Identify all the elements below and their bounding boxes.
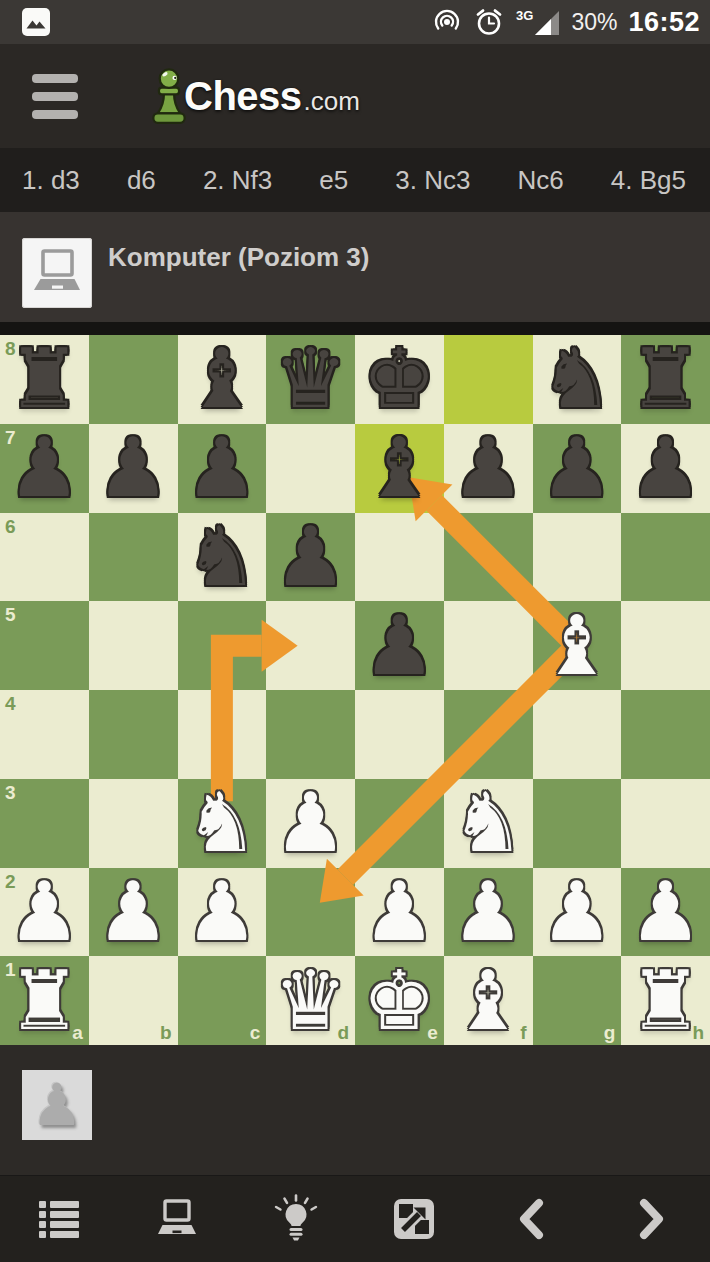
square-b6[interactable] [89,513,178,602]
network-type-label: 3G [516,9,533,22]
square-c2[interactable]: ♟ [178,868,267,957]
top-player-name: Komputer (Poziom 3) [108,242,369,273]
square-e1[interactable]: e♚ [355,956,444,1045]
square-d8[interactable]: ♛ [266,335,355,424]
bottom-toolbar [0,1175,710,1262]
chess-app-screen: 3G 30% 16:52 [0,0,710,1262]
chevron-right-icon [631,1196,671,1242]
square-d6[interactable]: ♟ [266,513,355,602]
square-b8[interactable] [89,335,178,424]
move-list-button[interactable] [0,1176,118,1262]
square-c6[interactable]: ♞ [178,513,267,602]
logo-brand-text: Chess [184,74,302,119]
move-list-icon [36,1197,82,1241]
white-q-d1[interactable]: ♛ [274,957,348,1045]
square-g3[interactable] [533,779,622,868]
back-button[interactable] [473,1176,591,1262]
square-a4[interactable]: 4 [0,690,89,779]
black-q-d8[interactable]: ♛ [274,335,348,423]
white-p-b2[interactable]: ♟ [96,868,170,956]
square-a5[interactable]: 5 [0,601,89,690]
alarm-clock-icon [473,6,505,38]
black-b-e7[interactable]: ♝ [363,424,437,512]
square-g4[interactable] [533,690,622,779]
square-c7[interactable]: ♟ [178,424,267,513]
computer-button[interactable] [118,1176,236,1262]
black-p-a7[interactable]: ♟ [8,424,82,512]
square-g2[interactable]: ♟ [533,868,622,957]
white-n-f3[interactable]: ♞ [451,779,525,867]
gray-pawn-icon: ♟ [31,1072,83,1138]
black-p-c7[interactable]: ♟ [185,424,259,512]
black-p-g7[interactable]: ♟ [540,424,614,512]
square-c4[interactable] [178,690,267,779]
square-h7[interactable]: ♟ [621,424,710,513]
square-g6[interactable] [533,513,622,602]
square-d3[interactable]: ♟ [266,779,355,868]
square-f6[interactable] [444,513,533,602]
black-b-c8[interactable]: ♝ [185,335,259,423]
move-token[interactable]: 2. Nf3 [203,165,272,196]
forward-button[interactable] [592,1176,710,1262]
move-token[interactable]: 3. Nc3 [395,165,470,196]
move-list-strip: 1. d3d62. Nf3e53. Nc3Nc64. Bg5 [0,148,710,212]
square-c3[interactable]: ♞ [178,779,267,868]
square-h1[interactable]: h♜ [621,956,710,1045]
flip-board-button[interactable] [355,1176,473,1262]
hamburger-menu-button[interactable] [32,74,78,119]
square-h2[interactable]: ♟ [621,868,710,957]
black-r-h8[interactable]: ♜ [629,335,703,423]
square-b7[interactable]: ♟ [89,424,178,513]
wifi-hotspot-icon [432,7,462,37]
white-p-e2[interactable]: ♟ [363,868,437,956]
square-b4[interactable] [89,690,178,779]
square-e3[interactable] [355,779,444,868]
square-c8[interactable]: ♝ [178,335,267,424]
file-label-c: c [250,1023,261,1042]
computer-avatar [22,238,92,308]
file-label-b: b [160,1023,172,1042]
square-f1[interactable]: f♝ [444,956,533,1045]
chesscom-logo: Chess .com [150,66,360,126]
square-a1[interactable]: 1a♜ [0,956,89,1045]
white-p-h2[interactable]: ♟ [629,868,703,956]
pawn-mascot-icon [150,66,188,126]
white-n-c3[interactable]: ♞ [185,779,259,867]
move-token[interactable]: 4. Bg5 [611,165,686,196]
white-p-d3[interactable]: ♟ [274,779,348,867]
white-k-e1[interactable]: ♚ [363,957,437,1045]
signal-triangle-icon [534,10,560,36]
white-r-a1[interactable]: ♜ [8,957,82,1045]
square-e4[interactable] [355,690,444,779]
white-b-g5[interactable]: ♝ [540,602,614,690]
app-header: Chess .com [0,44,710,148]
black-r-a8[interactable]: ♜ [8,335,82,423]
square-c5[interactable] [178,601,267,690]
square-c1[interactable]: c [178,956,267,1045]
hamburger-icon [32,74,78,83]
square-f3[interactable]: ♞ [444,779,533,868]
clock-time: 16:52 [628,7,700,38]
chess-board-area: 8♜♝♛♚♞♜7♟♟♟♝♟♟♟6♞♟5♟♝43♞♟♞2♟♟♟♟♟♟♟1a♜bcd… [0,335,710,1045]
square-d1[interactable]: d♛ [266,956,355,1045]
black-k-e8[interactable]: ♚ [363,335,437,423]
square-f8[interactable] [444,335,533,424]
square-d7[interactable] [266,424,355,513]
flip-board-icon [391,1197,437,1241]
square-e7[interactable]: ♝ [355,424,444,513]
rank-label-5: 5 [5,605,16,624]
square-d4[interactable] [266,690,355,779]
rank-label-4: 4 [5,694,16,713]
square-f2[interactable]: ♟ [444,868,533,957]
square-a3[interactable]: 3 [0,779,89,868]
move-token[interactable]: d6 [127,165,156,196]
rank-label-6: 6 [5,517,16,536]
square-a7[interactable]: 7♟ [0,424,89,513]
top-player-bar: Komputer (Poziom 3) [0,212,710,322]
battery-percentage: 30% [571,9,617,36]
white-r-h1[interactable]: ♜ [629,957,703,1045]
square-h8[interactable]: ♜ [621,335,710,424]
square-e2[interactable]: ♟ [355,868,444,957]
bottom-player-avatar: ♟ [22,1070,92,1140]
white-p-f2[interactable]: ♟ [451,868,525,956]
black-n-g8[interactable]: ♞ [540,335,614,423]
chess-board: 8♜♝♛♚♞♜7♟♟♟♝♟♟♟6♞♟5♟♝43♞♟♞2♟♟♟♟♟♟♟1a♜bcd… [0,335,710,1045]
black-p-d6[interactable]: ♟ [274,513,348,601]
square-g8[interactable]: ♞ [533,335,622,424]
white-p-c2[interactable]: ♟ [185,868,259,956]
signal-indicator: 3G [516,9,560,36]
black-p-e5[interactable]: ♟ [363,602,437,690]
logo-tld-text: .com [304,86,360,117]
gallery-notification-icon [22,7,50,37]
square-a6[interactable]: 6 [0,513,89,602]
square-f5[interactable] [444,601,533,690]
square-a2[interactable]: 2♟ [0,868,89,957]
move-token[interactable]: e5 [319,165,348,196]
white-p-g2[interactable]: ♟ [540,868,614,956]
hint-button[interactable] [237,1176,355,1262]
square-b2[interactable]: ♟ [89,868,178,957]
black-p-f7[interactable]: ♟ [451,424,525,512]
square-f7[interactable]: ♟ [444,424,533,513]
square-h5[interactable] [621,601,710,690]
rank-label-3: 3 [5,783,16,802]
square-e6[interactable] [355,513,444,602]
square-b3[interactable] [89,779,178,868]
computer-icon [154,1197,200,1241]
move-token[interactable]: 1. d3 [22,165,80,196]
lightbulb-icon [272,1194,320,1244]
status-bar: 3G 30% 16:52 [0,0,710,44]
square-h4[interactable] [621,690,710,779]
square-g5[interactable]: ♝ [533,601,622,690]
square-a8[interactable]: 8♜ [0,335,89,424]
square-e8[interactable]: ♚ [355,335,444,424]
bottom-player-bar: ♟ [0,1045,710,1175]
square-g7[interactable]: ♟ [533,424,622,513]
computer-laptop-icon [22,238,92,308]
file-label-g: g [604,1023,616,1042]
black-n-c6[interactable]: ♞ [185,513,259,601]
chevron-left-icon [512,1196,552,1242]
square-h3[interactable] [621,779,710,868]
square-h6[interactable] [621,513,710,602]
black-p-b7[interactable]: ♟ [96,424,170,512]
square-d2[interactable] [266,868,355,957]
square-f4[interactable] [444,690,533,779]
black-p-h7[interactable]: ♟ [629,424,703,512]
white-b-f1[interactable]: ♝ [451,957,525,1045]
square-d5[interactable] [266,601,355,690]
square-e5[interactable]: ♟ [355,601,444,690]
square-b5[interactable] [89,601,178,690]
square-b1[interactable]: b [89,956,178,1045]
white-p-a2[interactable]: ♟ [8,868,82,956]
move-token[interactable]: Nc6 [518,165,564,196]
square-g1[interactable]: g [533,956,622,1045]
